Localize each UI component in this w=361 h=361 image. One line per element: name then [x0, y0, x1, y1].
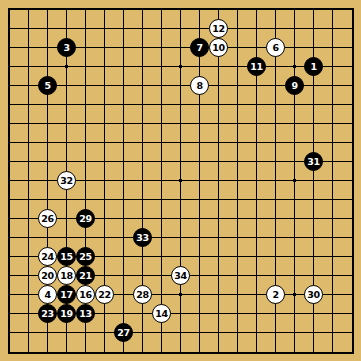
stone-white-20: 20 — [38, 266, 57, 285]
stone-black-17: 17 — [57, 285, 76, 304]
stone-white-34: 34 — [171, 266, 190, 285]
stone-black-33: 33 — [133, 228, 152, 247]
stone-black-27: 27 — [114, 323, 133, 342]
stone-white-26: 26 — [38, 209, 57, 228]
stone-white-4: 4 — [38, 285, 57, 304]
stone-white-16: 16 — [76, 285, 95, 304]
stone-black-15: 15 — [57, 247, 76, 266]
stone-black-23: 23 — [38, 304, 57, 323]
stone-black-5: 5 — [38, 76, 57, 95]
stone-white-22: 22 — [95, 285, 114, 304]
stone-black-21: 21 — [76, 266, 95, 285]
go-board: 1234567891011121314151617181920212223242… — [0, 0, 361, 361]
go-board-grid: 1234567891011121314151617181920212223242… — [0, 0, 361, 361]
stone-black-25: 25 — [76, 247, 95, 266]
stone-white-2: 2 — [266, 285, 285, 304]
stone-black-1: 1 — [304, 57, 323, 76]
stone-white-12: 12 — [209, 19, 228, 38]
stone-black-11: 11 — [247, 57, 266, 76]
stone-white-28: 28 — [133, 285, 152, 304]
stone-black-31: 31 — [304, 152, 323, 171]
stone-white-14: 14 — [152, 304, 171, 323]
stone-black-13: 13 — [76, 304, 95, 323]
stone-black-19: 19 — [57, 304, 76, 323]
stone-black-3: 3 — [57, 38, 76, 57]
stone-black-9: 9 — [285, 76, 304, 95]
stone-white-6: 6 — [266, 38, 285, 57]
stone-white-30: 30 — [304, 285, 323, 304]
stone-white-18: 18 — [57, 266, 76, 285]
stone-white-24: 24 — [38, 247, 57, 266]
stone-white-32: 32 — [57, 171, 76, 190]
stone-white-8: 8 — [190, 76, 209, 95]
stone-black-7: 7 — [190, 38, 209, 57]
stone-black-29: 29 — [76, 209, 95, 228]
stone-white-10: 10 — [209, 38, 228, 57]
